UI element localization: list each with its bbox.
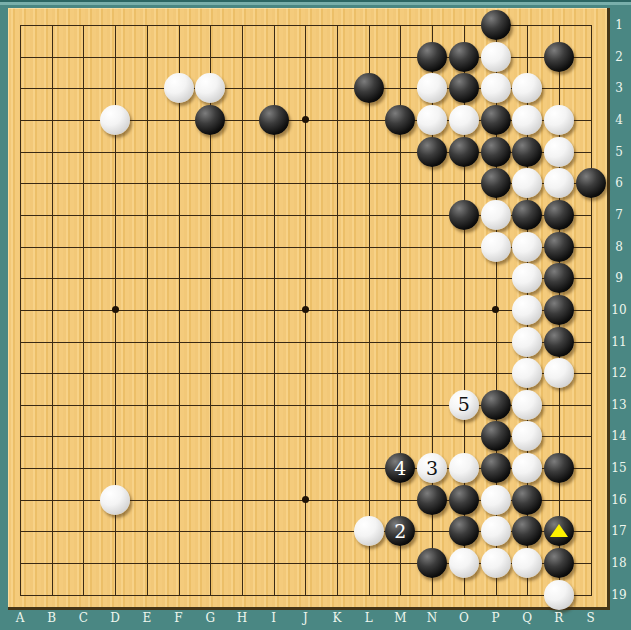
coord-label-row-18: 18 bbox=[608, 556, 630, 570]
coord-label-row-3: 3 bbox=[608, 81, 630, 95]
stone-black-P4 bbox=[481, 105, 511, 135]
stone-black-N5 bbox=[417, 137, 447, 167]
stone-black-M15: 4 bbox=[385, 453, 415, 483]
coord-label-row-5: 5 bbox=[608, 145, 630, 159]
stone-black-I4 bbox=[259, 105, 289, 135]
stone-black-P13 bbox=[481, 390, 511, 420]
coord-label-row-11: 11 bbox=[608, 335, 630, 349]
stone-white-P16 bbox=[481, 485, 511, 515]
coord-label-row-16: 16 bbox=[608, 493, 630, 507]
coord-label-row-19: 19 bbox=[608, 588, 630, 602]
go-app-window: 5432 ABCDEFGHIJKLMNOPQRS1234567891011121… bbox=[0, 0, 631, 630]
stone-black-R2 bbox=[544, 42, 574, 72]
coord-label-col-G: G bbox=[200, 611, 220, 625]
stone-black-P15 bbox=[481, 453, 511, 483]
stone-white-Q14 bbox=[512, 421, 542, 451]
coord-label-col-O: O bbox=[454, 611, 474, 625]
stone-white-P2 bbox=[481, 42, 511, 72]
coord-label-col-I: I bbox=[264, 611, 284, 625]
stone-black-O16 bbox=[449, 485, 479, 515]
window-bevel-light bbox=[0, 2, 631, 5]
stone-white-D4 bbox=[100, 105, 130, 135]
stone-white-R19 bbox=[544, 580, 574, 610]
stone-white-P18 bbox=[481, 548, 511, 578]
stone-white-N3 bbox=[417, 73, 447, 103]
stone-black-O3 bbox=[449, 73, 479, 103]
coord-label-col-J: J bbox=[295, 611, 315, 625]
move-number-label: 5 bbox=[458, 395, 470, 414]
star-point bbox=[112, 306, 119, 313]
stone-white-P7 bbox=[481, 200, 511, 230]
coord-label-row-13: 13 bbox=[608, 398, 630, 412]
stone-black-R17 bbox=[544, 516, 574, 546]
stone-white-Q10 bbox=[512, 295, 542, 325]
stone-white-F3 bbox=[164, 73, 194, 103]
coord-label-row-6: 6 bbox=[608, 176, 630, 190]
coord-label-row-1: 1 bbox=[608, 18, 630, 32]
stone-white-Q8 bbox=[512, 232, 542, 262]
stone-black-N16 bbox=[417, 485, 447, 515]
stone-black-Q17 bbox=[512, 516, 542, 546]
stone-black-N2 bbox=[417, 42, 447, 72]
coord-label-col-H: H bbox=[232, 611, 252, 625]
stone-black-O7 bbox=[449, 200, 479, 230]
coord-label-col-F: F bbox=[169, 611, 189, 625]
stone-white-Q13 bbox=[512, 390, 542, 420]
star-point bbox=[302, 496, 309, 503]
stone-black-R7 bbox=[544, 200, 574, 230]
stone-white-Q12 bbox=[512, 358, 542, 388]
grid-line-horizontal bbox=[20, 595, 592, 596]
stone-black-R11 bbox=[544, 327, 574, 357]
stone-black-O5 bbox=[449, 137, 479, 167]
grid-line-vertical bbox=[369, 25, 370, 596]
triangle-marker-icon bbox=[550, 524, 568, 537]
stone-white-Q4 bbox=[512, 105, 542, 135]
stone-black-N18 bbox=[417, 548, 447, 578]
stone-black-O17 bbox=[449, 516, 479, 546]
coord-label-row-14: 14 bbox=[608, 429, 630, 443]
stone-black-L3 bbox=[354, 73, 384, 103]
stone-black-R15 bbox=[544, 453, 574, 483]
stone-white-R6 bbox=[544, 168, 574, 198]
stone-white-P17 bbox=[481, 516, 511, 546]
coord-label-col-D: D bbox=[105, 611, 125, 625]
stone-black-R9 bbox=[544, 263, 574, 293]
stone-black-G4 bbox=[195, 105, 225, 135]
stone-black-Q5 bbox=[512, 137, 542, 167]
stone-black-P14 bbox=[481, 421, 511, 451]
stone-white-Q3 bbox=[512, 73, 542, 103]
stone-white-Q15 bbox=[512, 453, 542, 483]
grid-line-horizontal bbox=[20, 342, 592, 343]
stone-black-M4 bbox=[385, 105, 415, 135]
coord-label-row-15: 15 bbox=[608, 461, 630, 475]
stone-white-G3 bbox=[195, 73, 225, 103]
stone-white-R5 bbox=[544, 137, 574, 167]
coord-label-col-E: E bbox=[137, 611, 157, 625]
coord-label-row-8: 8 bbox=[608, 240, 630, 254]
move-number-label: 2 bbox=[394, 522, 406, 541]
move-number-label: 3 bbox=[426, 459, 438, 478]
stone-white-N15: 3 bbox=[417, 453, 447, 483]
stone-black-O2 bbox=[449, 42, 479, 72]
coord-label-col-N: N bbox=[422, 611, 442, 625]
coord-label-row-7: 7 bbox=[608, 208, 630, 222]
stone-black-M17: 2 bbox=[385, 516, 415, 546]
stone-white-Q6 bbox=[512, 168, 542, 198]
stone-white-O13: 5 bbox=[449, 390, 479, 420]
coord-label-row-17: 17 bbox=[608, 524, 630, 538]
coord-label-col-A: A bbox=[10, 611, 30, 625]
stone-black-Q7 bbox=[512, 200, 542, 230]
stone-white-P3 bbox=[481, 73, 511, 103]
coord-label-col-M: M bbox=[390, 611, 410, 625]
coord-label-col-Q: Q bbox=[517, 611, 537, 625]
coord-label-col-K: K bbox=[327, 611, 347, 625]
coord-label-col-P: P bbox=[486, 611, 506, 625]
coord-label-row-4: 4 bbox=[608, 113, 630, 127]
coord-label-row-10: 10 bbox=[608, 303, 630, 317]
coord-label-row-12: 12 bbox=[608, 366, 630, 380]
grid-line-vertical bbox=[337, 25, 338, 596]
stone-white-N4 bbox=[417, 105, 447, 135]
stone-black-R10 bbox=[544, 295, 574, 325]
stone-black-P1 bbox=[481, 10, 511, 40]
stone-white-Q18 bbox=[512, 548, 542, 578]
stone-black-P6 bbox=[481, 168, 511, 198]
stone-white-R12 bbox=[544, 358, 574, 388]
coord-label-row-2: 2 bbox=[608, 50, 630, 64]
stone-black-R18 bbox=[544, 548, 574, 578]
goban[interactable]: 5432 bbox=[8, 8, 610, 610]
stone-white-P8 bbox=[481, 232, 511, 262]
stone-black-R8 bbox=[544, 232, 574, 262]
stone-white-Q11 bbox=[512, 327, 542, 357]
stone-white-L17 bbox=[354, 516, 384, 546]
coord-label-col-B: B bbox=[42, 611, 62, 625]
stone-black-P5 bbox=[481, 137, 511, 167]
grid-line-vertical bbox=[591, 25, 592, 596]
stone-black-Q16 bbox=[512, 485, 542, 515]
stone-white-D16 bbox=[100, 485, 130, 515]
stone-white-O15 bbox=[449, 453, 479, 483]
move-number-label: 4 bbox=[394, 459, 406, 478]
coord-label-col-C: C bbox=[73, 611, 93, 625]
star-point bbox=[302, 116, 309, 123]
coord-label-col-S: S bbox=[581, 611, 601, 625]
stone-white-O18 bbox=[449, 548, 479, 578]
stone-white-Q9 bbox=[512, 263, 542, 293]
stone-white-R4 bbox=[544, 105, 574, 135]
grid-line-horizontal bbox=[20, 373, 592, 374]
stone-black-S6 bbox=[576, 168, 606, 198]
star-point bbox=[492, 306, 499, 313]
star-point bbox=[302, 306, 309, 313]
coord-label-col-L: L bbox=[359, 611, 379, 625]
coord-label-row-9: 9 bbox=[608, 271, 630, 285]
stone-white-O4 bbox=[449, 105, 479, 135]
coord-label-col-R: R bbox=[549, 611, 569, 625]
